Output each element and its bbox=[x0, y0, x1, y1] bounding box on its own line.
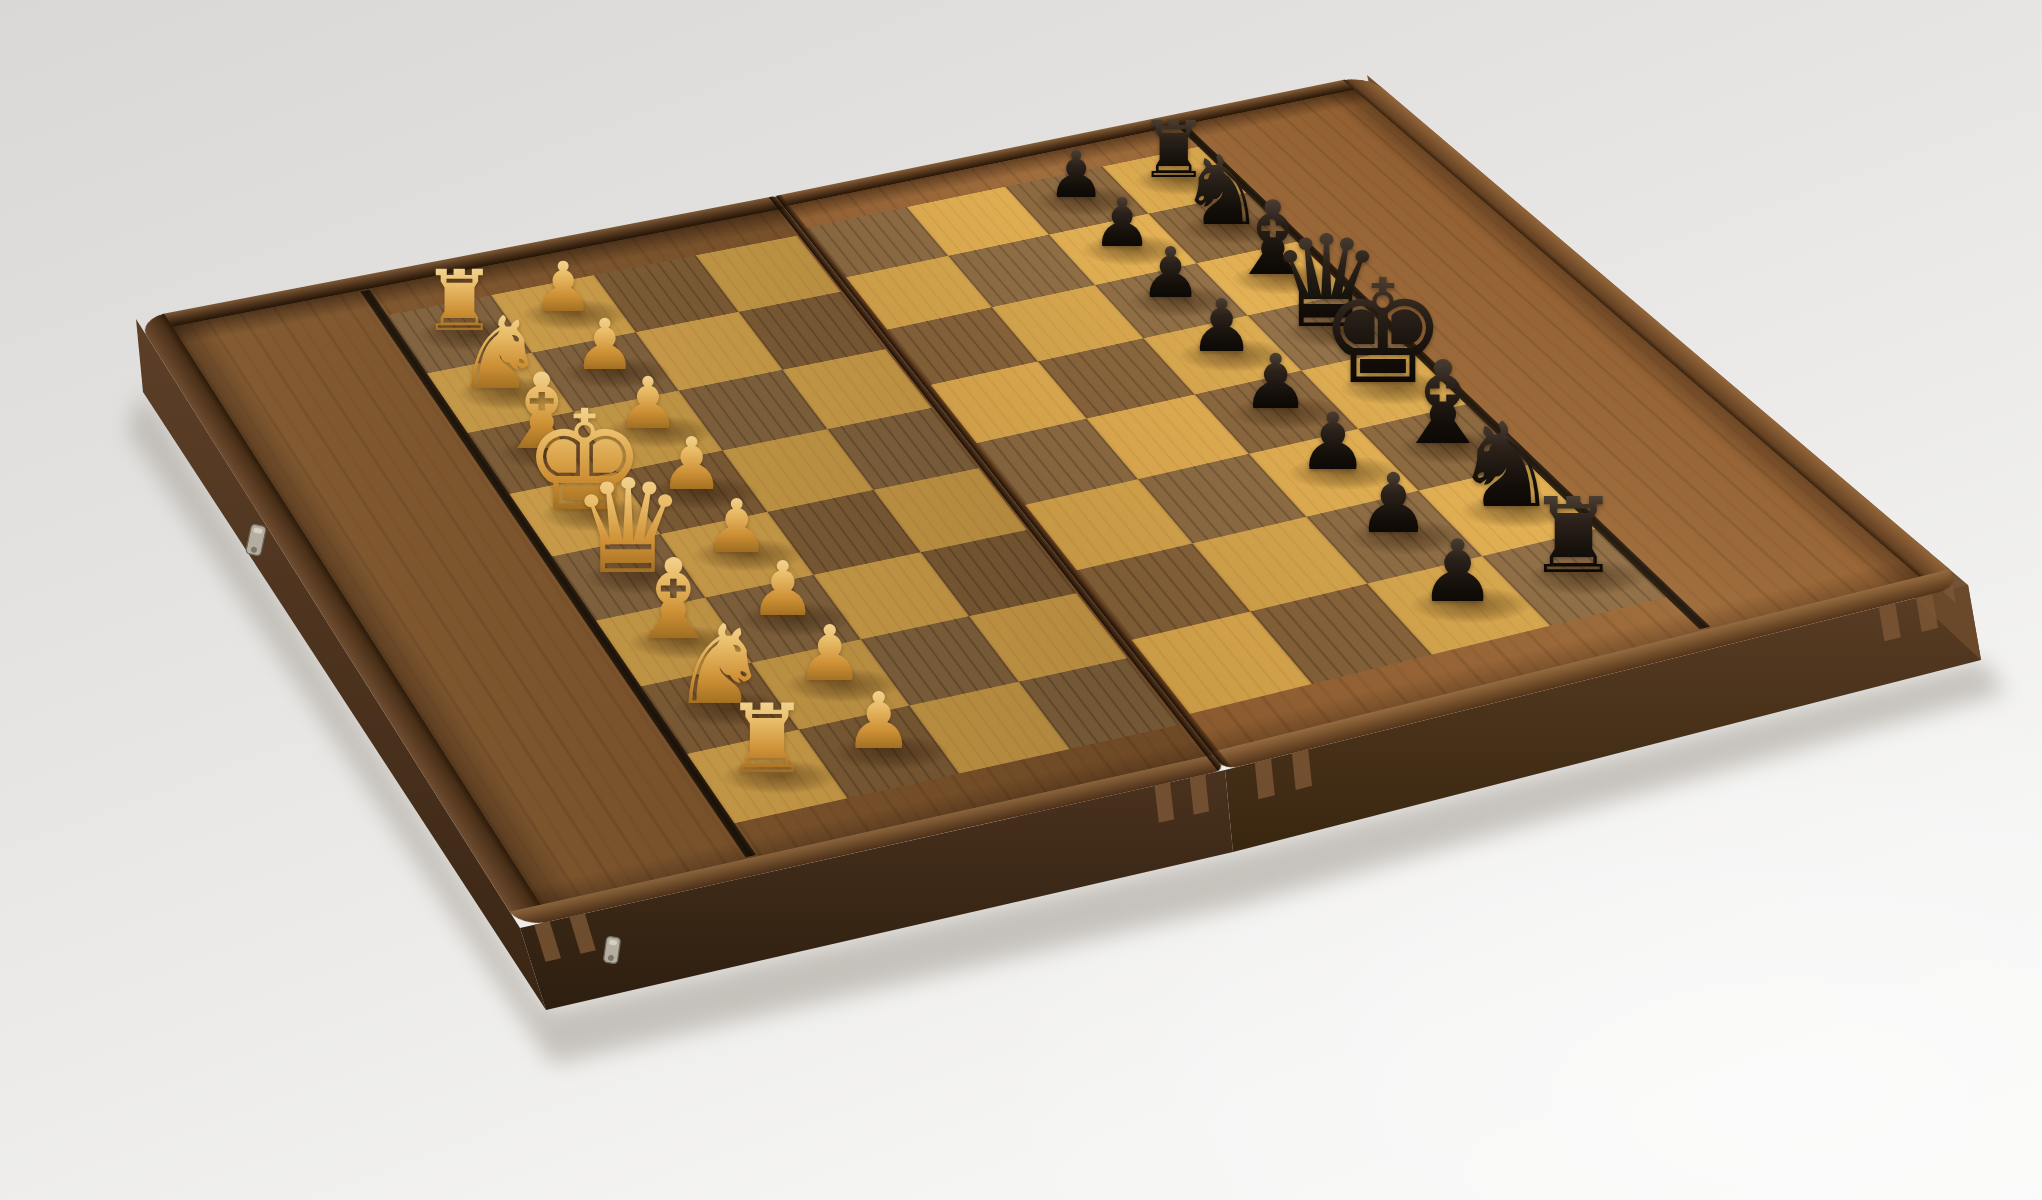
clasp-hook-icon bbox=[603, 936, 620, 964]
chess-box-photo-scene: ♜♟♞♟♝♟♟♛♜♟♟♚♞♟♟♝♝♟♟♞♚♟♟♜♛♟♟♝♟♞♟♜ bbox=[0, 0, 2042, 1200]
